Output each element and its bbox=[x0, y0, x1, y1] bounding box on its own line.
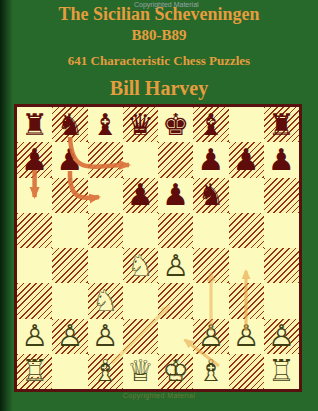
white-piece-outline: ♙ bbox=[229, 319, 264, 354]
square-c1: ♝♗ bbox=[88, 354, 123, 389]
square-a4 bbox=[17, 248, 52, 283]
white-piece-r: ♜♖ bbox=[264, 354, 299, 389]
square-b4 bbox=[52, 248, 87, 283]
book-spine-shadow bbox=[0, 0, 13, 411]
white-piece-outline: ♔ bbox=[158, 354, 193, 389]
square-e5 bbox=[158, 213, 193, 248]
square-f7: ♟ bbox=[193, 142, 228, 177]
white-piece-outline: ♙ bbox=[193, 319, 228, 354]
square-a8: ♜ bbox=[17, 107, 52, 142]
square-c2: ♟♙ bbox=[88, 319, 123, 354]
white-piece-b: ♝♗ bbox=[88, 354, 123, 389]
author-name: Bill Harvey bbox=[0, 77, 318, 100]
black-piece-q: ♛ bbox=[123, 107, 158, 142]
square-a7: ♟ bbox=[17, 142, 52, 177]
square-d6: ♟ bbox=[123, 178, 158, 213]
black-piece-p: ♟ bbox=[123, 178, 158, 213]
square-f2: ♟♙ bbox=[193, 319, 228, 354]
book-subtitle: 641 Characteristic Chess Puzzles bbox=[0, 53, 318, 69]
white-piece-outline: ♘ bbox=[88, 283, 123, 318]
square-c8: ♝ bbox=[88, 107, 123, 142]
square-g7: ♟ bbox=[229, 142, 264, 177]
square-e1: ♚♔ bbox=[158, 354, 193, 389]
white-piece-p: ♟♙ bbox=[52, 319, 87, 354]
square-g4 bbox=[229, 248, 264, 283]
white-piece-n: ♞♘ bbox=[88, 283, 123, 318]
square-b1 bbox=[52, 354, 87, 389]
white-piece-outline: ♗ bbox=[193, 354, 228, 389]
square-e6: ♟ bbox=[158, 178, 193, 213]
watermark-bottom: Copyrighted Material bbox=[0, 392, 318, 399]
square-e7 bbox=[158, 142, 193, 177]
square-a1: ♜♖ bbox=[17, 354, 52, 389]
black-piece-n: ♞ bbox=[193, 178, 228, 213]
white-piece-b: ♝♗ bbox=[193, 354, 228, 389]
square-d7 bbox=[123, 142, 158, 177]
square-h1: ♜♖ bbox=[264, 354, 299, 389]
black-piece-p: ♟ bbox=[52, 142, 87, 177]
square-g3 bbox=[229, 283, 264, 318]
square-g5 bbox=[229, 213, 264, 248]
white-piece-outline: ♙ bbox=[17, 319, 52, 354]
square-a3 bbox=[17, 283, 52, 318]
white-piece-p: ♟♙ bbox=[193, 319, 228, 354]
book-cover: Copyrighted Material The Sicilian Scheve… bbox=[0, 0, 318, 411]
white-piece-outline: ♖ bbox=[17, 354, 52, 389]
square-h6 bbox=[264, 178, 299, 213]
white-piece-outline: ♙ bbox=[264, 319, 299, 354]
white-piece-k: ♚♔ bbox=[158, 354, 193, 389]
square-b6 bbox=[52, 178, 87, 213]
square-h3 bbox=[264, 283, 299, 318]
black-piece-r: ♜ bbox=[17, 107, 52, 142]
square-g6 bbox=[229, 178, 264, 213]
square-b2: ♟♙ bbox=[52, 319, 87, 354]
square-f3 bbox=[193, 283, 228, 318]
square-c5 bbox=[88, 213, 123, 248]
square-c7 bbox=[88, 142, 123, 177]
square-d4: ♞♘ bbox=[123, 248, 158, 283]
chess-board-grid: ♜♞♝♛♚♝♜♟♟♟♟♟♟♟♞♞♘♟♙♞♘♟♙♟♙♟♙♟♙♟♙♟♙♜♖♝♗♛♕♚… bbox=[17, 107, 299, 389]
square-g2: ♟♙ bbox=[229, 319, 264, 354]
square-e2 bbox=[158, 319, 193, 354]
square-h5 bbox=[264, 213, 299, 248]
square-c6 bbox=[88, 178, 123, 213]
white-piece-outline: ♖ bbox=[264, 354, 299, 389]
square-h8: ♜ bbox=[264, 107, 299, 142]
white-piece-q: ♛♕ bbox=[123, 354, 158, 389]
watermark-top: Copyrighted Material bbox=[134, 1, 199, 8]
square-b5 bbox=[52, 213, 87, 248]
white-piece-outline: ♘ bbox=[123, 248, 158, 283]
black-piece-r: ♜ bbox=[264, 107, 299, 142]
square-f6: ♞ bbox=[193, 178, 228, 213]
white-piece-p: ♟♙ bbox=[264, 319, 299, 354]
square-c3: ♞♘ bbox=[88, 283, 123, 318]
black-piece-k: ♚ bbox=[158, 107, 193, 142]
square-b8: ♞ bbox=[52, 107, 87, 142]
square-h2: ♟♙ bbox=[264, 319, 299, 354]
square-a5 bbox=[17, 213, 52, 248]
square-f1: ♝♗ bbox=[193, 354, 228, 389]
square-b7: ♟ bbox=[52, 142, 87, 177]
square-h4 bbox=[264, 248, 299, 283]
square-f8: ♝ bbox=[193, 107, 228, 142]
white-piece-p: ♟♙ bbox=[158, 248, 193, 283]
black-piece-p: ♟ bbox=[17, 142, 52, 177]
black-piece-n: ♞ bbox=[52, 107, 87, 142]
white-piece-outline: ♙ bbox=[52, 319, 87, 354]
square-d1: ♛♕ bbox=[123, 354, 158, 389]
black-piece-p: ♟ bbox=[229, 142, 264, 177]
white-piece-outline: ♕ bbox=[123, 354, 158, 389]
white-piece-outline: ♙ bbox=[158, 248, 193, 283]
black-piece-b: ♝ bbox=[88, 107, 123, 142]
square-d2 bbox=[123, 319, 158, 354]
white-piece-outline: ♙ bbox=[88, 319, 123, 354]
square-d5 bbox=[123, 213, 158, 248]
square-g8 bbox=[229, 107, 264, 142]
book-title-eco-codes: B80-B89 bbox=[0, 27, 318, 44]
chess-board: ♜♞♝♛♚♝♜♟♟♟♟♟♟♟♞♞♘♟♙♞♘♟♙♟♙♟♙♟♙♟♙♟♙♜♖♝♗♛♕♚… bbox=[14, 104, 302, 392]
white-piece-outline: ♗ bbox=[88, 354, 123, 389]
black-piece-p: ♟ bbox=[193, 142, 228, 177]
square-a2: ♟♙ bbox=[17, 319, 52, 354]
black-piece-p: ♟ bbox=[264, 142, 299, 177]
square-a6 bbox=[17, 178, 52, 213]
square-d3 bbox=[123, 283, 158, 318]
white-piece-n: ♞♘ bbox=[123, 248, 158, 283]
square-e8: ♚ bbox=[158, 107, 193, 142]
white-piece-p: ♟♙ bbox=[88, 319, 123, 354]
white-piece-p: ♟♙ bbox=[229, 319, 264, 354]
square-d8: ♛ bbox=[123, 107, 158, 142]
square-e3 bbox=[158, 283, 193, 318]
square-e4: ♟♙ bbox=[158, 248, 193, 283]
square-f4 bbox=[193, 248, 228, 283]
black-piece-b: ♝ bbox=[193, 107, 228, 142]
black-piece-p: ♟ bbox=[158, 178, 193, 213]
square-f5 bbox=[193, 213, 228, 248]
square-h7: ♟ bbox=[264, 142, 299, 177]
white-piece-p: ♟♙ bbox=[17, 319, 52, 354]
square-c4 bbox=[88, 248, 123, 283]
square-g1 bbox=[229, 354, 264, 389]
white-piece-r: ♜♖ bbox=[17, 354, 52, 389]
square-b3 bbox=[52, 283, 87, 318]
